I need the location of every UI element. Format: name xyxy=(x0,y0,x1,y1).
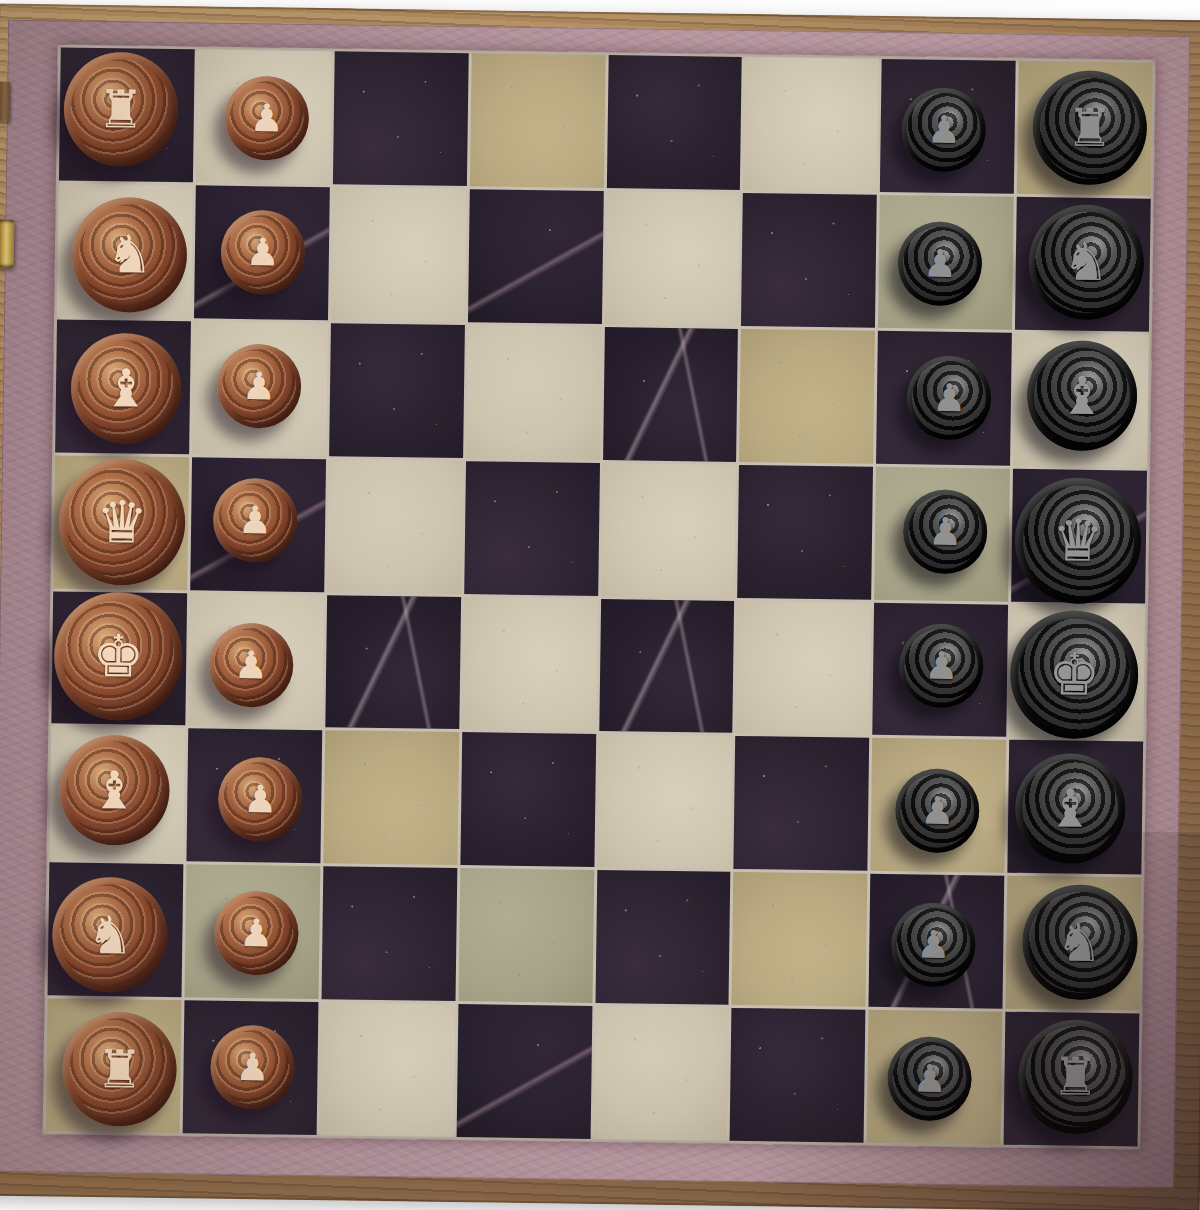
square-b4[interactable] xyxy=(468,189,604,324)
black-pawn-glyph: ♟ xyxy=(923,245,958,283)
square-c7[interactable]: ♟ xyxy=(876,331,1012,466)
piece-white-pawn-b2[interactable]: ♟ xyxy=(220,210,305,295)
chessboard-photo: ♜♟♟♜♞♟♟♞♝♟♟♝♛♟♟♛♚♟♟♚♝♟♟♝♞♟♟♞♜♟♟♜ xyxy=(0,0,1200,1210)
square-d3[interactable] xyxy=(327,459,463,594)
square-f5[interactable] xyxy=(597,734,733,869)
chess-board: ♜♟♟♜♞♟♟♞♝♟♟♝♛♟♟♛♚♟♟♚♝♟♟♝♞♟♟♞♜♟♟♜ xyxy=(43,44,1156,1149)
piece-black-king-e8[interactable]: ♚ xyxy=(1009,610,1139,740)
square-a8[interactable]: ♜ xyxy=(1017,61,1153,196)
square-e7[interactable]: ♟ xyxy=(873,602,1009,737)
black-pawn-glyph: ♟ xyxy=(932,379,967,417)
square-b1[interactable]: ♞ xyxy=(57,183,193,318)
square-g7[interactable]: ♟ xyxy=(869,874,1005,1009)
black-bishop-glyph: ♝ xyxy=(1047,782,1094,835)
piece-white-bishop-c1[interactable]: ♝ xyxy=(70,333,182,445)
square-g4[interactable] xyxy=(458,868,594,1003)
piece-black-rook-a8[interactable]: ♜ xyxy=(1032,70,1148,186)
black-pawn-glyph: ♟ xyxy=(924,646,959,684)
square-f7[interactable]: ♟ xyxy=(871,738,1007,873)
piece-black-pawn-c7[interactable]: ♟ xyxy=(907,355,992,440)
square-f2[interactable]: ♟ xyxy=(186,729,322,864)
square-c8[interactable]: ♝ xyxy=(1013,333,1149,468)
piece-black-bishop-f8[interactable]: ♝ xyxy=(1015,753,1127,865)
wood-frame: ♜♟♟♜♞♟♟♞♝♟♟♝♛♟♟♛♚♟♟♚♝♟♟♝♞♟♟♞♜♟♟♜ xyxy=(0,4,1200,1210)
piece-black-pawn-e7[interactable]: ♟ xyxy=(899,623,984,708)
square-a6[interactable] xyxy=(743,57,879,192)
square-c3[interactable] xyxy=(329,323,465,458)
black-pawn-glyph: ♟ xyxy=(928,513,963,551)
square-d7[interactable]: ♟ xyxy=(874,466,1010,601)
square-h6[interactable] xyxy=(730,1008,866,1143)
piece-white-knight-b1[interactable]: ♞ xyxy=(72,196,189,313)
square-b8[interactable]: ♞ xyxy=(1015,197,1151,332)
square-e8[interactable]: ♚ xyxy=(1009,604,1145,739)
piece-black-pawn-h7[interactable]: ♟ xyxy=(887,1036,972,1121)
square-g5[interactable] xyxy=(595,870,731,1005)
wood-latch-icon xyxy=(0,82,10,122)
square-a5[interactable] xyxy=(606,55,742,190)
board-box: ♜♟♟♜♞♟♟♞♝♟♟♝♛♟♟♛♚♟♟♚♝♟♟♝♞♟♟♞♜♟♟♜ xyxy=(0,4,1200,1210)
square-d2[interactable]: ♟ xyxy=(190,457,326,592)
white-king-glyph: ♚ xyxy=(92,627,145,686)
square-f8[interactable]: ♝ xyxy=(1007,740,1143,875)
piece-black-pawn-f7[interactable]: ♟ xyxy=(895,768,980,853)
piece-white-bishop-f1[interactable]: ♝ xyxy=(59,734,171,846)
piece-black-bishop-c8[interactable]: ♝ xyxy=(1026,340,1138,452)
square-g6[interactable] xyxy=(732,872,868,1007)
square-e4[interactable] xyxy=(462,597,598,732)
square-c4[interactable] xyxy=(466,325,602,460)
square-f3[interactable] xyxy=(323,731,459,866)
piece-white-rook-h1[interactable]: ♜ xyxy=(62,1011,178,1127)
square-f1[interactable]: ♝ xyxy=(49,727,185,862)
white-pawn-glyph: ♟ xyxy=(243,780,278,818)
piece-white-pawn-d2[interactable]: ♟ xyxy=(212,478,297,563)
square-d4[interactable] xyxy=(464,461,600,596)
piece-white-pawn-c2[interactable]: ♟ xyxy=(216,344,301,429)
white-pawn-glyph: ♟ xyxy=(235,1048,270,1086)
square-b5[interactable] xyxy=(604,191,740,326)
black-knight-glyph: ♞ xyxy=(1056,916,1103,969)
piece-white-knight-g1[interactable]: ♞ xyxy=(52,877,169,994)
piece-white-pawn-a2[interactable]: ♟ xyxy=(224,76,309,161)
piece-black-knight-g8[interactable]: ♞ xyxy=(1021,884,1138,1001)
square-d1[interactable]: ♛ xyxy=(53,455,189,590)
white-queen-glyph: ♛ xyxy=(96,493,149,552)
white-knight-glyph: ♞ xyxy=(106,228,153,281)
square-e5[interactable] xyxy=(599,599,735,734)
black-rook-glyph: ♜ xyxy=(1066,102,1113,155)
square-h3[interactable] xyxy=(319,1002,455,1137)
square-c6[interactable] xyxy=(739,329,875,464)
brass-hinge-icon xyxy=(0,220,14,268)
piece-white-pawn-g2[interactable]: ♟ xyxy=(214,890,299,975)
square-b3[interactable] xyxy=(331,187,467,322)
square-d5[interactable] xyxy=(601,463,737,598)
square-d8[interactable]: ♛ xyxy=(1011,468,1147,603)
black-king-glyph: ♚ xyxy=(1048,645,1101,704)
square-e1[interactable]: ♚ xyxy=(51,591,187,726)
piece-black-pawn-g7[interactable]: ♟ xyxy=(891,902,976,987)
piece-black-queen-d8[interactable]: ♛ xyxy=(1014,477,1142,605)
square-g3[interactable] xyxy=(321,866,457,1001)
black-pawn-glyph: ♟ xyxy=(927,111,962,149)
white-pawn-glyph: ♟ xyxy=(238,501,273,539)
square-h4[interactable] xyxy=(456,1004,592,1139)
piece-white-pawn-f2[interactable]: ♟ xyxy=(218,757,303,842)
black-pawn-glyph: ♟ xyxy=(916,925,951,963)
piece-black-pawn-d7[interactable]: ♟ xyxy=(903,489,988,574)
white-pawn-glyph: ♟ xyxy=(249,100,284,138)
white-pawn-glyph: ♟ xyxy=(245,233,280,271)
square-c5[interactable] xyxy=(603,327,739,462)
square-g1[interactable]: ♞ xyxy=(48,863,184,998)
square-h1[interactable]: ♜ xyxy=(46,998,182,1133)
square-a2[interactable]: ♟ xyxy=(196,49,332,184)
white-bishop-glyph: ♝ xyxy=(102,362,149,415)
square-a4[interactable] xyxy=(470,53,606,188)
piece-black-knight-b8[interactable]: ♞ xyxy=(1028,204,1145,321)
square-b2[interactable]: ♟ xyxy=(194,185,330,320)
square-f6[interactable] xyxy=(734,736,870,871)
square-g8[interactable]: ♞ xyxy=(1006,876,1142,1011)
square-h7[interactable]: ♟ xyxy=(867,1010,1003,1145)
white-knight-glyph: ♞ xyxy=(87,909,134,962)
square-h2[interactable]: ♟ xyxy=(183,1000,319,1135)
stone-border: ♜♟♟♜♞♟♟♞♝♟♟♝♛♟♟♛♚♟♟♚♝♟♟♝♞♟♟♞♜♟♟♜ xyxy=(0,20,1190,1188)
piece-white-king-e1[interactable]: ♚ xyxy=(53,591,183,721)
black-bishop-glyph: ♝ xyxy=(1058,370,1105,423)
square-b7[interactable]: ♟ xyxy=(878,195,1014,330)
square-h5[interactable] xyxy=(593,1006,729,1141)
white-pawn-glyph: ♟ xyxy=(234,646,269,684)
square-c2[interactable]: ♟ xyxy=(192,321,328,456)
piece-white-queen-d1[interactable]: ♛ xyxy=(58,459,186,587)
white-rook-glyph: ♜ xyxy=(97,83,144,136)
piece-white-pawn-h2[interactable]: ♟ xyxy=(210,1024,295,1109)
piece-black-pawn-b7[interactable]: ♟ xyxy=(897,221,982,306)
piece-black-rook-h8[interactable]: ♜ xyxy=(1018,1018,1134,1134)
square-c1[interactable]: ♝ xyxy=(55,319,191,454)
piece-black-pawn-a7[interactable]: ♟ xyxy=(901,88,986,173)
square-d6[interactable] xyxy=(738,465,874,600)
square-e2[interactable]: ♟ xyxy=(188,593,324,728)
square-a1[interactable]: ♜ xyxy=(59,47,195,182)
white-rook-glyph: ♜ xyxy=(96,1043,143,1096)
piece-white-rook-a1[interactable]: ♜ xyxy=(63,52,179,168)
square-a3[interactable] xyxy=(333,51,469,186)
white-pawn-glyph: ♟ xyxy=(242,367,277,405)
black-pawn-glyph: ♟ xyxy=(920,791,955,829)
white-pawn-glyph: ♟ xyxy=(239,914,274,952)
black-rook-glyph: ♜ xyxy=(1052,1050,1099,1103)
square-e6[interactable] xyxy=(736,600,872,735)
square-g2[interactable]: ♟ xyxy=(184,865,320,1000)
square-e3[interactable] xyxy=(325,595,461,730)
white-bishop-glyph: ♝ xyxy=(91,764,138,817)
square-f4[interactable] xyxy=(460,732,596,867)
piece-white-pawn-e2[interactable]: ♟ xyxy=(208,623,293,708)
black-knight-glyph: ♞ xyxy=(1062,236,1109,289)
square-h8[interactable]: ♜ xyxy=(1004,1012,1140,1147)
square-a7[interactable]: ♟ xyxy=(880,59,1016,194)
square-b6[interactable] xyxy=(741,193,877,328)
black-pawn-glyph: ♟ xyxy=(912,1059,947,1097)
black-queen-glyph: ♛ xyxy=(1052,511,1105,570)
